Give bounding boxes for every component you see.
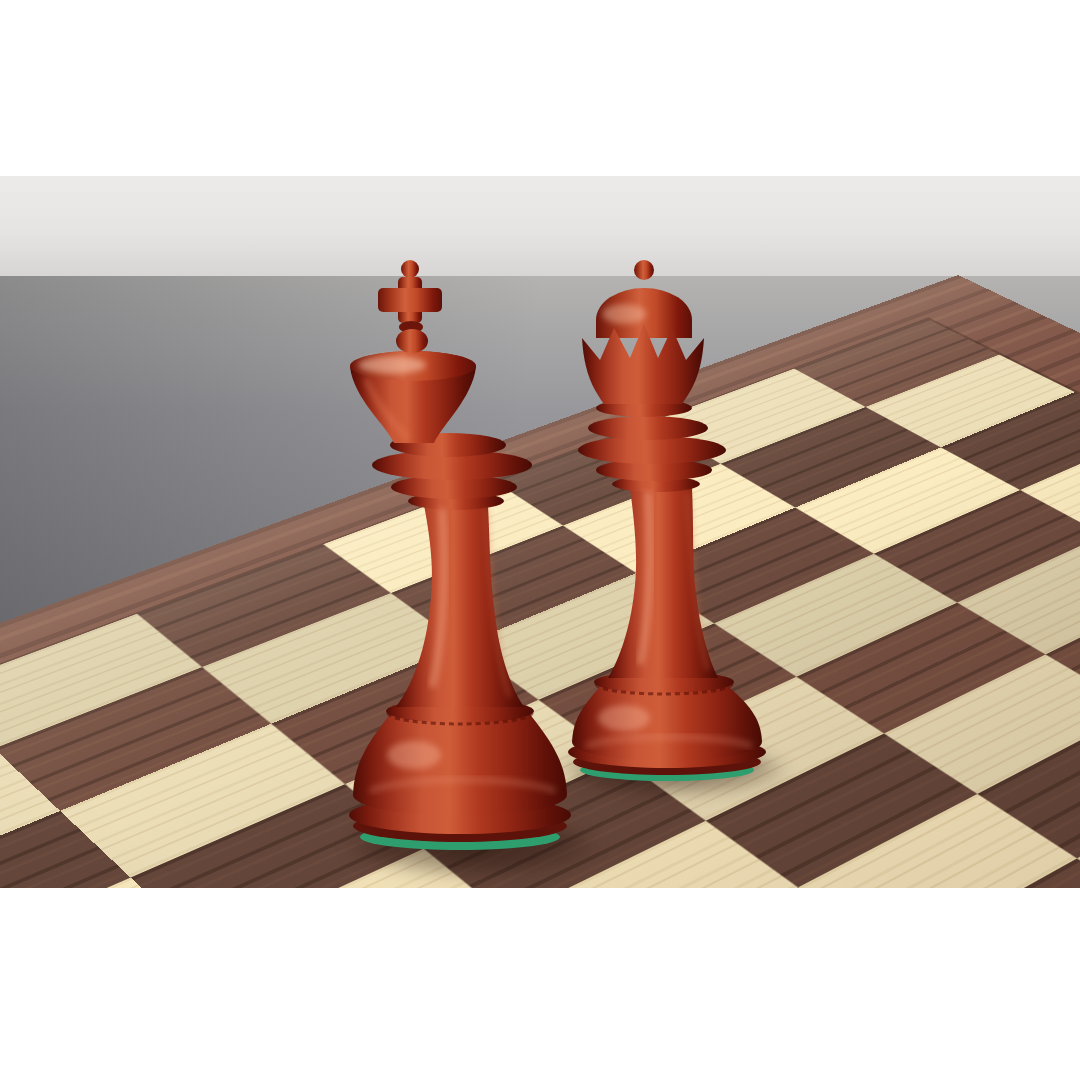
photo-page: ♕ <box>0 0 1080 1080</box>
king-illustration <box>330 247 590 867</box>
photo-frame: ♕ <box>0 176 1080 888</box>
king-piece[interactable]: ♔ <box>330 247 590 867</box>
